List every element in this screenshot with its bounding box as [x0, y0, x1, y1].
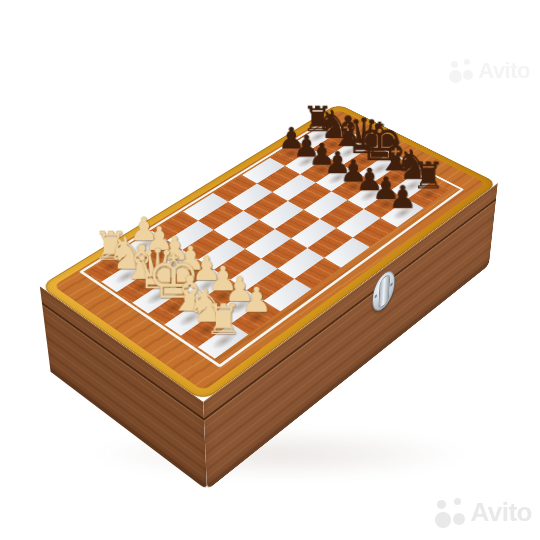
metal-clasp-icon: [372, 265, 396, 317]
product-photo: ♜♞♝♛♚♝♞♜♟♟♟♟♟♟♟♟♟♟♟♟♟♟♟♟♜♞♝♛♚♝♞♜ Avito A…: [0, 0, 540, 540]
watermark-text: Avito: [478, 58, 530, 84]
watermark-bottom-right: Avito: [435, 497, 532, 528]
watermark-top-right: Avito: [449, 58, 530, 84]
piece-glyph: ♜: [186, 299, 261, 341]
watermark-text: Avito: [470, 497, 532, 528]
box-lid-top: ♜♞♝♛♚♝♞♜♟♟♟♟♟♟♟♟♟♟♟♟♟♟♟♟♜♞♝♛♚♝♞♜: [40, 104, 498, 402]
avito-logo-icon: [449, 59, 473, 83]
avito-logo-icon: [435, 498, 465, 528]
